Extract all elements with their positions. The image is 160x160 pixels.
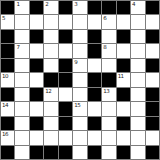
black-cell (59, 1, 72, 14)
black-cell (1, 117, 14, 130)
white-cell[interactable] (59, 131, 72, 144)
black-cell (59, 30, 72, 43)
black-cell (146, 1, 159, 14)
white-cell[interactable] (73, 88, 86, 101)
white-cell[interactable] (102, 117, 115, 130)
white-cell[interactable] (131, 131, 144, 144)
black-cell (30, 117, 43, 130)
black-cell (1, 30, 14, 43)
black-cell (117, 117, 130, 130)
white-cell[interactable] (102, 146, 115, 159)
white-cell[interactable] (73, 30, 86, 43)
clue-number: 4 (132, 1, 135, 7)
clue-number: 6 (103, 15, 106, 21)
clue-number: 13 (103, 88, 109, 94)
white-cell[interactable] (59, 88, 72, 101)
white-cell[interactable] (88, 59, 101, 72)
black-cell (1, 88, 14, 101)
white-cell[interactable]: 8 (102, 44, 115, 57)
black-cell (30, 30, 43, 43)
black-cell (88, 146, 101, 159)
white-cell[interactable] (44, 59, 57, 72)
black-cell (1, 44, 14, 57)
clue-number: 12 (45, 88, 51, 94)
white-cell[interactable]: 5 (1, 15, 14, 28)
white-cell[interactable]: 3 (73, 1, 86, 14)
white-cell[interactable] (117, 131, 130, 144)
white-cell[interactable] (102, 59, 115, 72)
white-cell[interactable] (131, 44, 144, 57)
black-cell (146, 117, 159, 130)
black-cell (88, 88, 101, 101)
white-cell[interactable] (131, 73, 144, 86)
white-cell[interactable] (146, 44, 159, 57)
white-cell[interactable] (117, 102, 130, 115)
black-cell (30, 88, 43, 101)
white-cell[interactable] (131, 117, 144, 130)
black-cell (1, 146, 14, 159)
white-cell[interactable] (44, 15, 57, 28)
black-cell (117, 1, 130, 14)
black-cell (1, 59, 14, 72)
white-cell[interactable] (15, 30, 28, 43)
white-cell[interactable] (73, 73, 86, 86)
crossword-board: 12345678910111213141516 (0, 0, 160, 160)
white-cell[interactable]: 4 (131, 1, 144, 14)
white-cell[interactable] (88, 102, 101, 115)
white-cell[interactable]: 12 (44, 88, 57, 101)
white-cell[interactable]: 11 (117, 73, 130, 86)
white-cell[interactable] (15, 146, 28, 159)
white-cell[interactable] (117, 44, 130, 57)
white-cell[interactable]: 10 (1, 73, 14, 86)
white-cell[interactable] (131, 88, 144, 101)
clue-number: 7 (16, 44, 19, 50)
white-cell[interactable] (15, 117, 28, 130)
white-cell[interactable] (88, 15, 101, 28)
white-cell[interactable] (15, 59, 28, 72)
black-cell (88, 30, 101, 43)
white-cell[interactable]: 2 (44, 1, 57, 14)
white-cell[interactable] (131, 30, 144, 43)
white-cell[interactable] (88, 131, 101, 144)
clue-number: 14 (2, 102, 8, 108)
black-cell (117, 59, 130, 72)
black-cell (30, 1, 43, 14)
white-cell[interactable] (59, 44, 72, 57)
black-cell (88, 117, 101, 130)
black-cell (117, 30, 130, 43)
clue-number: 8 (103, 44, 106, 50)
black-cell (102, 73, 115, 86)
white-cell[interactable] (59, 15, 72, 28)
white-cell[interactable] (131, 15, 144, 28)
white-cell[interactable]: 7 (15, 44, 28, 57)
white-cell[interactable] (73, 131, 86, 144)
white-cell[interactable] (30, 73, 43, 86)
black-cell (146, 146, 159, 159)
white-cell[interactable] (44, 102, 57, 115)
white-cell[interactable] (131, 59, 144, 72)
white-cell[interactable] (30, 15, 43, 28)
white-cell[interactable] (15, 88, 28, 101)
white-cell[interactable] (102, 131, 115, 144)
white-cell[interactable] (30, 131, 43, 144)
white-cell[interactable] (30, 44, 43, 57)
black-cell (88, 44, 101, 57)
black-cell (146, 88, 159, 101)
clue-number: 10 (2, 73, 8, 79)
clue-number: 9 (74, 59, 77, 65)
white-cell[interactable]: 9 (73, 59, 86, 72)
black-cell (88, 1, 101, 14)
clue-number: 3 (74, 1, 77, 7)
black-cell (117, 88, 130, 101)
black-cell (59, 59, 72, 72)
clue-number: 11 (118, 73, 124, 79)
black-cell (146, 59, 159, 72)
black-cell (117, 146, 130, 159)
black-cell (59, 73, 72, 86)
white-cell[interactable]: 6 (102, 15, 115, 28)
white-cell[interactable] (30, 102, 43, 115)
black-cell (146, 102, 159, 115)
black-cell (44, 146, 57, 159)
black-cell (102, 1, 115, 14)
white-cell[interactable] (102, 102, 115, 115)
white-cell[interactable] (73, 146, 86, 159)
black-cell (30, 59, 43, 72)
white-cell[interactable] (44, 117, 57, 130)
white-cell[interactable] (146, 15, 159, 28)
white-cell[interactable] (73, 117, 86, 130)
white-cell[interactable] (131, 146, 144, 159)
white-cell[interactable] (44, 44, 57, 57)
black-cell (44, 73, 57, 86)
clue-number: 1 (16, 1, 19, 7)
black-cell (30, 146, 43, 159)
white-cell[interactable]: 13 (102, 88, 115, 101)
black-cell (146, 30, 159, 43)
white-cell[interactable] (146, 73, 159, 86)
white-cell[interactable] (15, 131, 28, 144)
white-cell[interactable] (15, 73, 28, 86)
black-cell (59, 146, 72, 159)
clue-number: 16 (2, 131, 8, 137)
white-cell[interactable] (15, 102, 28, 115)
white-cell[interactable]: 15 (73, 102, 86, 115)
black-cell (59, 117, 72, 130)
white-cell[interactable]: 16 (1, 131, 14, 144)
white-cell[interactable] (73, 44, 86, 57)
white-cell[interactable] (44, 131, 57, 144)
clue-number: 5 (2, 15, 5, 21)
white-cell[interactable]: 14 (1, 102, 14, 115)
black-cell (1, 1, 14, 14)
white-cell[interactable]: 1 (15, 1, 28, 14)
white-cell[interactable] (117, 15, 130, 28)
white-cell[interactable] (15, 15, 28, 28)
white-cell[interactable] (102, 30, 115, 43)
clue-number: 15 (74, 102, 80, 108)
white-cell[interactable] (44, 30, 57, 43)
black-cell (88, 73, 101, 86)
white-cell[interactable] (146, 131, 159, 144)
black-cell (59, 102, 72, 115)
clue-number: 2 (45, 1, 48, 7)
white-cell[interactable] (73, 15, 86, 28)
white-cell[interactable] (131, 102, 144, 115)
